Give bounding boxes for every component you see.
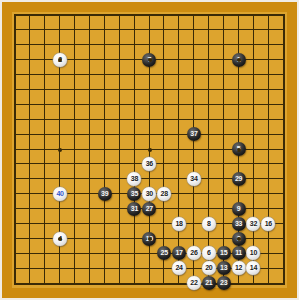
stone-white-move-6[interactable]: 6 (202, 246, 216, 260)
stone-black-move-15[interactable]: 15 (217, 246, 231, 260)
stone-white-move-38[interactable]: 38 (127, 172, 141, 186)
stone-black-move-23[interactable]: 23 (217, 276, 231, 290)
stone-white-move-10[interactable]: 10 (246, 246, 260, 260)
star-point (237, 148, 241, 152)
star-point (148, 237, 152, 241)
star-point (58, 148, 62, 152)
star-point (237, 237, 241, 241)
stone-black-move-27[interactable]: 27 (142, 202, 156, 216)
stone-white-move-8[interactable]: 8 (202, 217, 216, 231)
stone-white-move-18[interactable]: 18 (172, 217, 186, 231)
stone-white-move-30[interactable]: 30 (142, 187, 156, 201)
stone-white-move-28[interactable]: 28 (157, 187, 171, 201)
stone-black-move-33[interactable]: 33 (232, 217, 246, 231)
stone-black-move-21[interactable]: 21 (202, 276, 216, 290)
stone-black-move-25[interactable]: 25 (157, 246, 171, 260)
stone-white-move-36[interactable]: 36 (142, 157, 156, 171)
stone-white-move-14[interactable]: 14 (246, 261, 260, 275)
star-point (148, 148, 152, 152)
stone-white-move-22[interactable]: 22 (187, 276, 201, 290)
stone-black-move-31[interactable]: 31 (127, 202, 141, 216)
stone-black-move-35[interactable]: 35 (127, 187, 141, 201)
stone-white-move-40[interactable]: 40 (53, 187, 67, 201)
stone-white-move-26[interactable]: 26 (187, 246, 201, 260)
star-point (58, 237, 62, 241)
go-board-screenshot: 1234567891011121314151617181920212223242… (0, 0, 299, 300)
star-point (148, 58, 152, 62)
stone-black-move-29[interactable]: 29 (232, 172, 246, 186)
stone-white-move-32[interactable]: 32 (246, 217, 260, 231)
star-point (237, 58, 241, 62)
stone-black-move-9[interactable]: 9 (232, 202, 246, 216)
stone-black-move-37[interactable]: 37 (187, 127, 201, 141)
stone-black-move-11[interactable]: 11 (232, 246, 246, 260)
stone-white-move-16[interactable]: 16 (261, 217, 275, 231)
stone-white-move-20[interactable]: 20 (202, 261, 216, 275)
stone-white-move-24[interactable]: 24 (172, 261, 186, 275)
stone-black-move-39[interactable]: 39 (98, 187, 112, 201)
stone-black-move-13[interactable]: 13 (217, 261, 231, 275)
stone-black-move-17[interactable]: 17 (172, 246, 186, 260)
stone-white-move-12[interactable]: 12 (232, 261, 246, 275)
stone-white-move-34[interactable]: 34 (187, 172, 201, 186)
